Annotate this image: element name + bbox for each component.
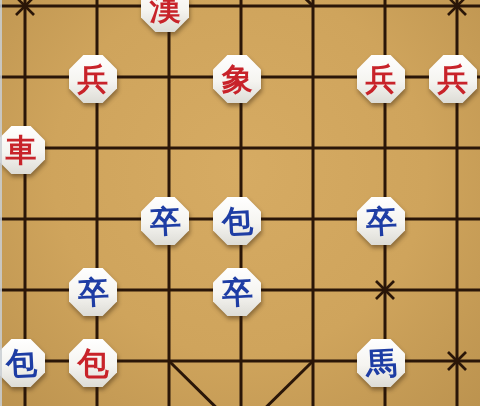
piece-glyph: 兵 <box>366 64 397 95</box>
piece-glyph: 象 <box>222 64 253 95</box>
piece-glyph: 馬 <box>365 347 398 380</box>
janggi-piece-han-soldier[interactable]: 兵 <box>429 55 477 103</box>
janggi-piece-cho-soldier[interactable]: 卒 <box>357 197 405 245</box>
janggi-piece-cho-soldier[interactable]: 卒 <box>69 268 117 316</box>
janggi-board[interactable]: 漢 兵 象 兵 兵 車 卒 包 卒 卒 <box>0 0 480 406</box>
piece-glyph: 卒 <box>221 276 254 309</box>
piece-glyph: 兵 <box>78 64 109 95</box>
piece-glyph: 兵 <box>438 64 469 95</box>
janggi-piece-han-king[interactable]: 漢 <box>141 0 189 32</box>
janggi-piece-han-elephant[interactable]: 象 <box>213 55 261 103</box>
janggi-piece-han-soldier[interactable]: 兵 <box>357 55 405 103</box>
janggi-piece-han-soldier[interactable]: 兵 <box>69 55 117 103</box>
janggi-piece-cho-cannon[interactable]: 包 <box>213 197 261 245</box>
piece-glyph: 卒 <box>77 276 110 309</box>
janggi-piece-han-cannon[interactable]: 包 <box>69 339 117 387</box>
piece-glyph: 車 <box>6 135 37 166</box>
piece-glyph: 卒 <box>149 205 182 238</box>
piece-glyph: 包 <box>78 348 109 379</box>
janggi-piece-cho-horse[interactable]: 馬 <box>357 339 405 387</box>
janggi-piece-han-chariot[interactable]: 車 <box>0 126 45 174</box>
window-edge <box>0 0 2 406</box>
piece-glyph: 包 <box>221 205 254 238</box>
janggi-piece-cho-soldier[interactable]: 卒 <box>213 268 261 316</box>
piece-glyph: 卒 <box>365 205 398 238</box>
janggi-piece-cho-soldier[interactable]: 卒 <box>141 197 189 245</box>
janggi-piece-cho-cannon[interactable]: 包 <box>0 339 45 387</box>
pieces-layer: 漢 兵 象 兵 兵 車 卒 包 卒 卒 <box>0 0 480 406</box>
piece-glyph: 漢 <box>150 0 181 24</box>
piece-glyph: 包 <box>5 347 38 380</box>
